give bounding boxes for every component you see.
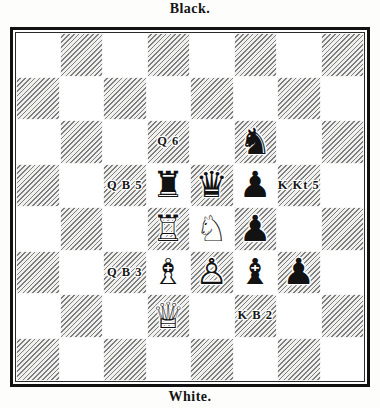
square-c3: Q B 3 (103, 251, 147, 295)
square-b8 (60, 33, 104, 77)
square-h3 (321, 251, 365, 295)
square-h2 (321, 294, 365, 338)
black-bishop: ♝ (239, 254, 271, 290)
square-g4 (277, 207, 321, 251)
square-b4 (60, 207, 104, 251)
square-e3: ♙ (190, 251, 234, 295)
board-frame: Q 6♞Q B 5♜♛♟K Kt 5♖♘♟Q B 3♗♙♝♟♕K B 2 (10, 27, 370, 387)
square-c8 (103, 33, 147, 77)
white-side-caption: White. (0, 389, 380, 405)
square-g2 (277, 294, 321, 338)
square-d8 (147, 33, 191, 77)
square-c1 (103, 338, 147, 382)
square-f4: ♟ (234, 207, 278, 251)
square-c4 (103, 207, 147, 251)
square-label-g5: K Kt 5 (278, 178, 320, 193)
square-a2 (16, 294, 60, 338)
square-b5 (60, 164, 104, 208)
black-side-caption: Black. (0, 1, 380, 17)
square-c6 (103, 120, 147, 164)
square-d2: ♕ (147, 294, 191, 338)
square-c5: Q B 5 (103, 164, 147, 208)
white-pawn: ♙ (196, 254, 228, 290)
square-e4: ♘ (190, 207, 234, 251)
square-c2 (103, 294, 147, 338)
square-b2 (60, 294, 104, 338)
square-b6 (60, 120, 104, 164)
square-label-d6: Q 6 (157, 134, 179, 149)
square-f2: K B 2 (234, 294, 278, 338)
square-h8 (321, 33, 365, 77)
black-rook: ♜ (152, 167, 184, 203)
white-queen: ♕ (152, 298, 184, 334)
square-e5: ♛ (190, 164, 234, 208)
square-e8 (190, 33, 234, 77)
square-f3: ♝ (234, 251, 278, 295)
square-e6 (190, 120, 234, 164)
square-a8 (16, 33, 60, 77)
square-e1 (190, 338, 234, 382)
square-d7 (147, 77, 191, 121)
square-g3: ♟ (277, 251, 321, 295)
square-a6 (16, 120, 60, 164)
square-label-c5: Q B 5 (107, 178, 143, 193)
square-b7 (60, 77, 104, 121)
square-f8 (234, 33, 278, 77)
square-d3: ♗ (147, 251, 191, 295)
white-knight: ♘ (196, 211, 228, 247)
square-a5 (16, 164, 60, 208)
square-a4 (16, 207, 60, 251)
square-g7 (277, 77, 321, 121)
square-f1 (234, 338, 278, 382)
square-a7 (16, 77, 60, 121)
square-h4 (321, 207, 365, 251)
square-g1 (277, 338, 321, 382)
square-label-f2: K B 2 (237, 308, 273, 323)
square-e7 (190, 77, 234, 121)
chess-diagram-page: Black. Q 6♞Q B 5♜♛♟K Kt 5♖♘♟Q B 3♗♙♝♟♕K … (0, 0, 380, 408)
black-pawn: ♟ (283, 254, 315, 290)
square-g8 (277, 33, 321, 77)
square-g6 (277, 120, 321, 164)
square-g5: K Kt 5 (277, 164, 321, 208)
square-d4: ♖ (147, 207, 191, 251)
white-rook: ♖ (152, 211, 184, 247)
square-h1 (321, 338, 365, 382)
square-d5: ♜ (147, 164, 191, 208)
square-f5: ♟ (234, 164, 278, 208)
square-b1 (60, 338, 104, 382)
square-a1 (16, 338, 60, 382)
square-h7 (321, 77, 365, 121)
black-knight: ♞ (239, 124, 271, 160)
square-b3 (60, 251, 104, 295)
square-a3 (16, 251, 60, 295)
square-h6 (321, 120, 365, 164)
square-d1 (147, 338, 191, 382)
black-pawn: ♟ (239, 211, 271, 247)
board-inner-border: Q 6♞Q B 5♜♛♟K Kt 5♖♘♟Q B 3♗♙♝♟♕K B 2 (15, 32, 365, 382)
square-f6: ♞ (234, 120, 278, 164)
square-label-c3: Q B 3 (107, 265, 143, 280)
square-d6: Q 6 (147, 120, 191, 164)
chess-board: Q 6♞Q B 5♜♛♟K Kt 5♖♘♟Q B 3♗♙♝♟♕K B 2 (16, 33, 364, 381)
square-e2 (190, 294, 234, 338)
square-c7 (103, 77, 147, 121)
black-queen: ♛ (196, 167, 228, 203)
square-f7 (234, 77, 278, 121)
white-bishop: ♗ (152, 254, 184, 290)
square-h5 (321, 164, 365, 208)
black-pawn: ♟ (239, 167, 271, 203)
